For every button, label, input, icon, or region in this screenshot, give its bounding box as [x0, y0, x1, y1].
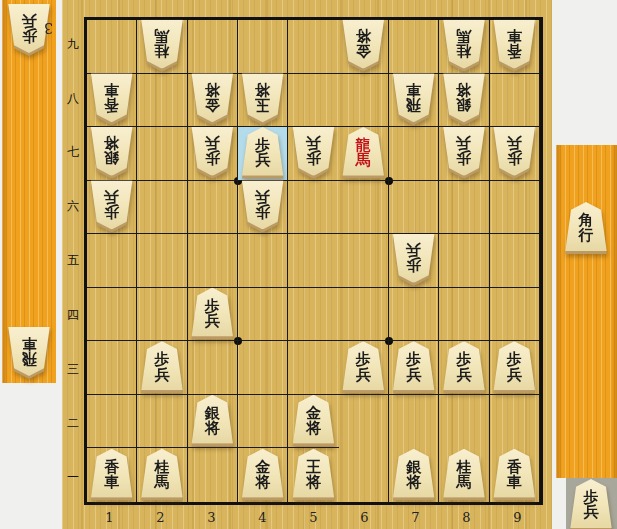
shogi-piece-8三[interactable]: 歩兵: [442, 341, 486, 390]
piece-face: 金将: [190, 73, 234, 122]
rank-label: 九: [62, 17, 84, 71]
rank-label: 一: [62, 451, 84, 505]
board-cell[interactable]: 香車: [490, 448, 540, 502]
sente-komadai: 歩兵 3 飛車: [2, 0, 56, 383]
piece-face: 歩兵: [241, 127, 285, 176]
shogi-piece-5七[interactable]: 歩兵: [291, 127, 335, 176]
board-cell[interactable]: 銀将: [439, 74, 489, 128]
rank-label: 四: [62, 288, 84, 342]
shogi-piece-8八[interactable]: 銀将: [442, 73, 486, 122]
board-cell[interactable]: 歩兵: [389, 341, 439, 395]
board-cell[interactable]: 桂馬: [439, 20, 489, 74]
piece-face: 香車: [492, 20, 536, 69]
piece-face: 歩兵: [291, 127, 335, 176]
piece-face: 歩兵: [392, 341, 436, 390]
piece-face: 金将: [291, 395, 335, 444]
board-cell[interactable]: [137, 181, 187, 235]
board-cell[interactable]: [288, 74, 338, 128]
board-cell[interactable]: [288, 234, 338, 288]
file-labels: 123456789: [84, 507, 543, 527]
board-cell[interactable]: [238, 234, 288, 288]
board-cell[interactable]: 歩兵: [87, 181, 137, 235]
board-cell[interactable]: [288, 341, 338, 395]
file-label: 6: [339, 507, 390, 527]
board-cell[interactable]: [490, 74, 540, 128]
board-cell[interactable]: 歩兵: [490, 341, 540, 395]
piece-face: 香車: [90, 73, 134, 122]
shogi-piece-1一[interactable]: 香車: [90, 449, 134, 498]
board-cell[interactable]: [238, 341, 288, 395]
board-cell[interactable]: 歩兵: [439, 341, 489, 395]
shogi-piece-6七[interactable]: 龍馬: [341, 127, 385, 176]
shogi-piece-8一[interactable]: 桂馬: [442, 449, 486, 498]
board-cell[interactable]: [188, 234, 238, 288]
board-cell[interactable]: [137, 74, 187, 128]
sente-pawn-count: 3: [44, 20, 53, 36]
board-cell[interactable]: [288, 181, 338, 235]
board-cell[interactable]: [87, 341, 137, 395]
board-cell[interactable]: 歩兵: [238, 181, 288, 235]
board-cell[interactable]: [439, 395, 489, 449]
shogi-piece-4六[interactable]: 歩兵: [241, 180, 285, 229]
piece-face: 銀将: [90, 127, 134, 176]
shogi-piece-9一[interactable]: 香車: [492, 449, 536, 498]
board-cell[interactable]: 金将: [288, 395, 338, 449]
board-cell[interactable]: [188, 448, 238, 502]
board-cell[interactable]: [490, 181, 540, 235]
piece-face: 金将: [341, 20, 385, 69]
board-cell[interactable]: [389, 395, 439, 449]
shogi-piece-5二[interactable]: 金将: [291, 395, 335, 444]
file-label: 8: [441, 507, 492, 527]
shogi-piece-4八[interactable]: 玉将: [241, 73, 285, 122]
piece-face: 金将: [241, 449, 285, 498]
sente-hand-rook-slot: 飛車: [7, 327, 51, 376]
piece-face: 歩兵: [392, 234, 436, 283]
board-cell[interactable]: [87, 20, 137, 74]
board-cell[interactable]: [339, 395, 389, 449]
board-cell[interactable]: 金将: [339, 20, 389, 74]
shogi-piece-3八[interactable]: 金将: [190, 73, 234, 122]
board-cell[interactable]: [490, 234, 540, 288]
board-cell[interactable]: 香車: [87, 74, 137, 128]
shogi-app: 歩兵 3 飛車 九八七六五四三二一 桂馬金将桂馬香車香車金将玉将飛車銀将銀将歩兵…: [0, 0, 617, 529]
rank-labels: 九八七六五四三二一: [62, 17, 84, 505]
board-cell[interactable]: [87, 234, 137, 288]
board-cell[interactable]: 龍馬: [339, 127, 389, 181]
shogi-piece-8九[interactable]: 桂馬: [442, 20, 486, 69]
board-cell[interactable]: [490, 395, 540, 449]
piece-face: 歩兵: [90, 180, 134, 229]
file-label: 4: [237, 507, 288, 527]
piece-face: 歩兵: [190, 288, 234, 337]
board-cell[interactable]: 歩兵: [137, 341, 187, 395]
shogi-piece-3七[interactable]: 歩兵: [190, 127, 234, 176]
board-grid: 桂馬金将桂馬香車香車金将玉将飛車銀将銀将歩兵歩兵歩兵龍馬歩兵歩兵歩兵歩兵歩兵歩兵…: [84, 17, 543, 505]
piece-face: 香車: [90, 449, 134, 498]
piece-face: 銀将: [392, 449, 436, 498]
shogi-piece-hand-飛車[interactable]: 飛車: [7, 327, 51, 376]
board-cell[interactable]: 銀将: [389, 448, 439, 502]
rank-label: 七: [62, 125, 84, 179]
shogi-piece-7一[interactable]: 銀将: [392, 449, 436, 498]
board-cell[interactable]: [137, 288, 187, 342]
shogi-piece-7三[interactable]: 歩兵: [392, 341, 436, 390]
board-cell[interactable]: [339, 234, 389, 288]
piece-face: 歩兵: [442, 127, 486, 176]
shogi-piece-7五[interactable]: 歩兵: [392, 234, 436, 283]
board-cell[interactable]: [188, 20, 238, 74]
board-cell[interactable]: [238, 288, 288, 342]
piece-face: 歩兵: [190, 127, 234, 176]
board-cell[interactable]: [339, 74, 389, 128]
board-cell[interactable]: 歩兵: [490, 127, 540, 181]
board-cell[interactable]: [339, 181, 389, 235]
board-cell[interactable]: 金将: [238, 448, 288, 502]
board-cell[interactable]: 歩兵: [389, 234, 439, 288]
file-label: 9: [492, 507, 543, 527]
piece-face: 銀将: [190, 395, 234, 444]
piece-face: 龍馬: [341, 127, 385, 176]
board-cell[interactable]: [238, 395, 288, 449]
board-cell[interactable]: 桂馬: [137, 20, 187, 74]
shogi-piece-9七[interactable]: 歩兵: [492, 127, 536, 176]
shogi-piece-3二[interactable]: 銀将: [190, 395, 234, 444]
shogi-piece-1六[interactable]: 歩兵: [90, 180, 134, 229]
gote-komadai: 角行: [556, 145, 617, 478]
piece-face: 歩兵: [492, 127, 536, 176]
board-cell[interactable]: 桂馬: [439, 448, 489, 502]
shogi-piece-1八[interactable]: 香車: [90, 73, 134, 122]
shogi-piece-4七[interactable]: 歩兵: [241, 127, 285, 176]
piece-face: 桂馬: [140, 449, 184, 498]
piece-face: 王将: [291, 449, 335, 498]
piece-face: 香車: [492, 449, 536, 498]
board-cell[interactable]: [288, 288, 338, 342]
piece-face: 歩兵: [442, 341, 486, 390]
board-cell[interactable]: [389, 20, 439, 74]
board-cell[interactable]: [389, 127, 439, 181]
file-label: 7: [390, 507, 441, 527]
shogi-piece-4一[interactable]: 金将: [241, 449, 285, 498]
shogi-piece-9九[interactable]: 香車: [492, 20, 536, 69]
board-cell[interactable]: 歩兵: [188, 127, 238, 181]
board-cell[interactable]: [137, 395, 187, 449]
piece-face: 飛車: [7, 327, 51, 376]
shogi-piece-2九[interactable]: 桂馬: [140, 20, 184, 69]
piece-face: 桂馬: [442, 449, 486, 498]
board-cell[interactable]: 玉将: [238, 74, 288, 128]
board-cell[interactable]: 金将: [188, 74, 238, 128]
shogi-piece-8七[interactable]: 歩兵: [442, 127, 486, 176]
board-cell[interactable]: [389, 181, 439, 235]
board-cell[interactable]: [439, 234, 489, 288]
board-cell[interactable]: 歩兵: [439, 127, 489, 181]
piece-face: 角行: [564, 202, 608, 251]
board-cell[interactable]: [137, 127, 187, 181]
gote-hand-pawn-cell[interactable]: 歩兵: [566, 478, 617, 529]
board-cell[interactable]: 歩兵: [339, 341, 389, 395]
piece-face: 桂馬: [140, 20, 184, 69]
shogi-piece-7八[interactable]: 飛車: [392, 73, 436, 122]
file-label: 2: [135, 507, 186, 527]
piece-face: 歩兵: [492, 341, 536, 390]
rank-label: 五: [62, 234, 84, 288]
board-cell[interactable]: 香車: [490, 20, 540, 74]
shogi-board: 九八七六五四三二一 桂馬金将桂馬香車香車金将玉将飛車銀将銀将歩兵歩兵歩兵龍馬歩兵…: [62, 0, 552, 529]
board-cell[interactable]: 桂馬: [137, 448, 187, 502]
piece-face: 玉将: [241, 73, 285, 122]
board-cell[interactable]: [339, 288, 389, 342]
board-cell[interactable]: 銀将: [188, 395, 238, 449]
rank-label: 三: [62, 342, 84, 396]
file-label: 3: [186, 507, 237, 527]
board-cell[interactable]: 飛車: [389, 74, 439, 128]
shogi-piece-5一[interactable]: 王将: [291, 449, 335, 498]
board-cell[interactable]: [137, 234, 187, 288]
shogi-piece-hand-角行[interactable]: 角行: [564, 202, 608, 251]
board-cell[interactable]: 歩兵: [288, 127, 338, 181]
file-label: 1: [84, 507, 135, 527]
board-cell[interactable]: [439, 181, 489, 235]
board-cell[interactable]: [439, 288, 489, 342]
board-cell[interactable]: 歩兵: [188, 288, 238, 342]
file-label: 5: [288, 507, 339, 527]
shogi-piece-2一[interactable]: 桂馬: [140, 449, 184, 498]
piece-face: 歩兵: [341, 341, 385, 390]
shogi-piece-6九[interactable]: 金将: [341, 20, 385, 69]
board-cell[interactable]: [339, 448, 389, 502]
board-cell[interactable]: [87, 288, 137, 342]
board-cell[interactable]: [188, 341, 238, 395]
gote-hand-bishop-slot: 角行: [564, 202, 608, 251]
piece-face: 銀将: [442, 73, 486, 122]
piece-face: 歩兵: [569, 479, 613, 528]
shogi-piece-1七[interactable]: 銀将: [90, 127, 134, 176]
board-cell[interactable]: [288, 20, 338, 74]
shogi-piece-hand-歩兵[interactable]: 歩兵: [569, 479, 613, 528]
shogi-piece-9三[interactable]: 歩兵: [492, 341, 536, 390]
board-cell[interactable]: [188, 181, 238, 235]
board-cell[interactable]: [87, 395, 137, 449]
gote-hand-pawn-slot: 歩兵: [569, 479, 613, 528]
piece-face: 歩兵: [241, 180, 285, 229]
board-cell[interactable]: 香車: [87, 448, 137, 502]
board-cell[interactable]: [389, 288, 439, 342]
board-cell[interactable]: 王将: [288, 448, 338, 502]
piece-face: 桂馬: [442, 20, 486, 69]
piece-face: 歩兵: [140, 341, 184, 390]
board-cell[interactable]: [238, 20, 288, 74]
shogi-piece-6三[interactable]: 歩兵: [341, 341, 385, 390]
board-cell[interactable]: [490, 288, 540, 342]
rank-label: 八: [62, 71, 84, 125]
board-cell[interactable]: 歩兵: [238, 127, 288, 181]
shogi-piece-2三[interactable]: 歩兵: [140, 341, 184, 390]
shogi-piece-3四[interactable]: 歩兵: [190, 288, 234, 337]
piece-face: 飛車: [392, 73, 436, 122]
rank-label: 二: [62, 397, 84, 451]
rank-label: 六: [62, 180, 84, 234]
board-cell[interactable]: 銀将: [87, 127, 137, 181]
